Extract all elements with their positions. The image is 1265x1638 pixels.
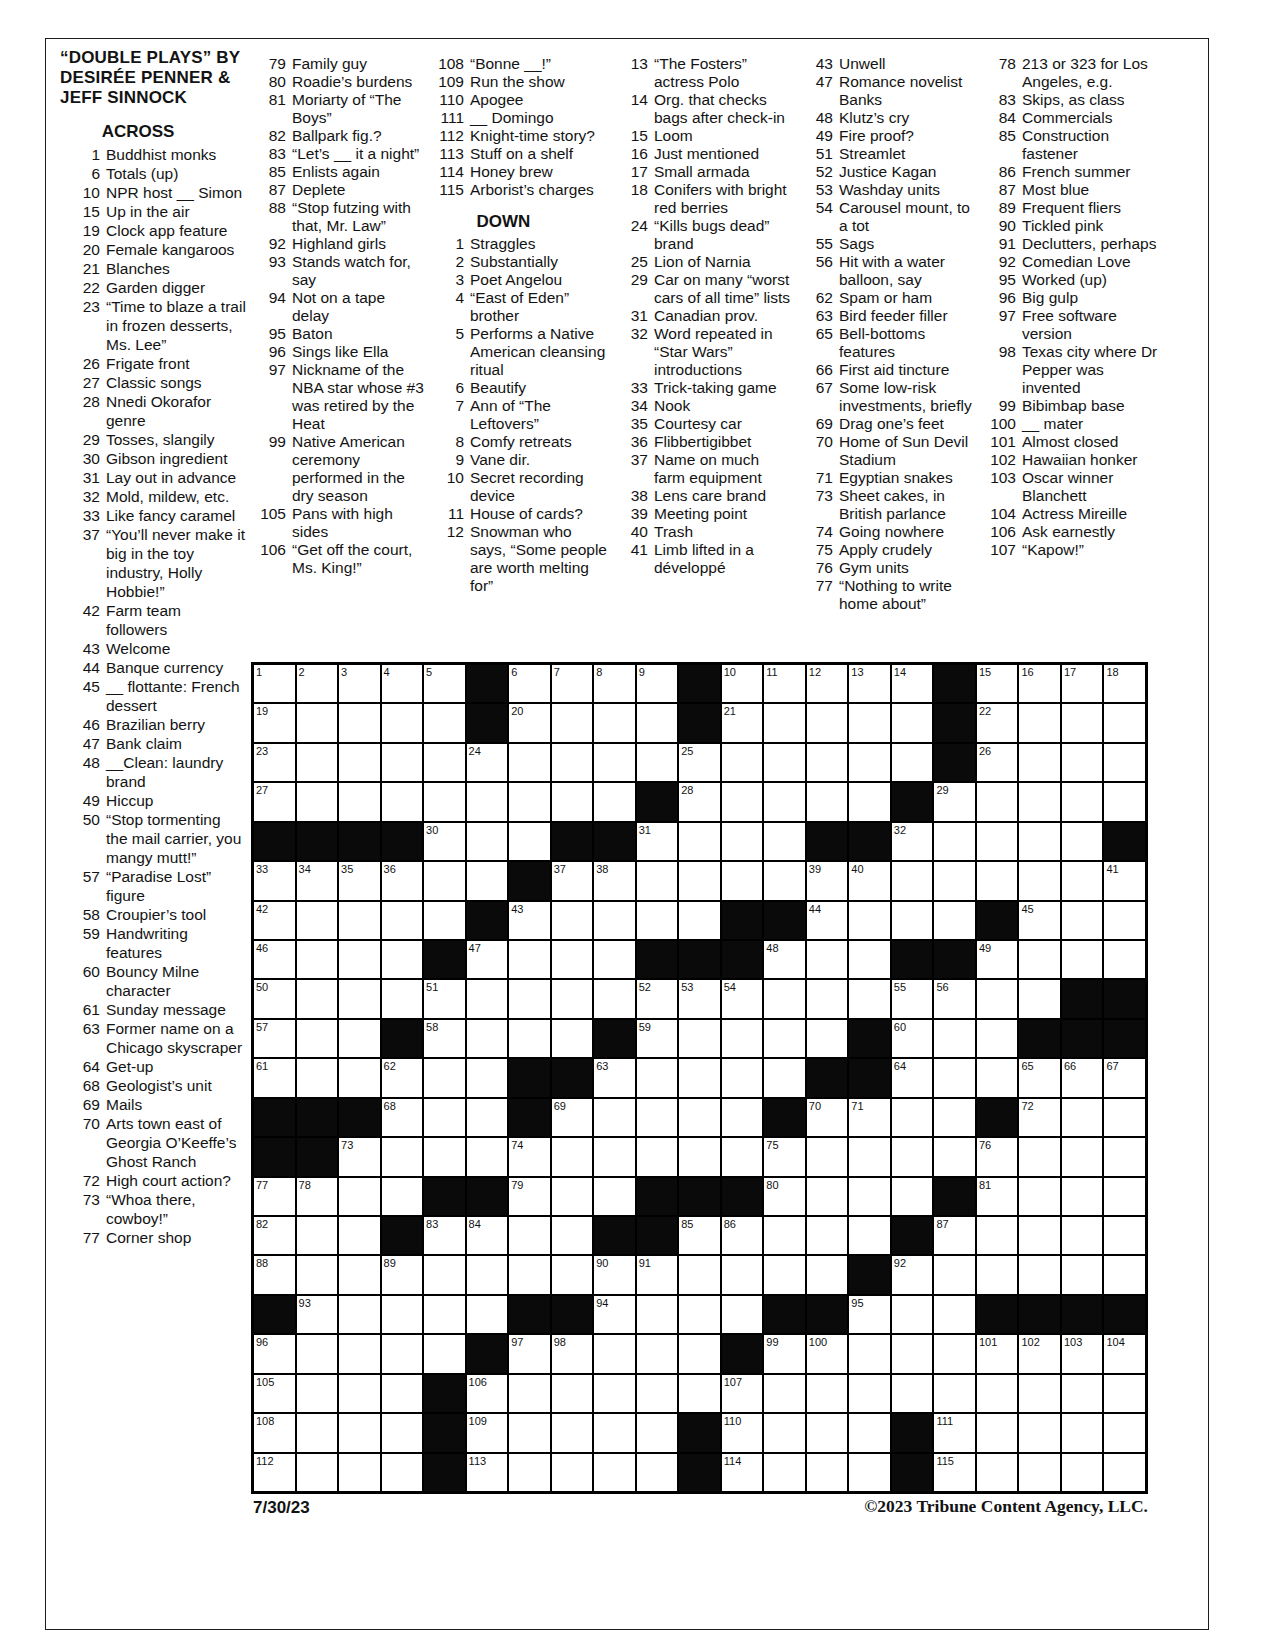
grid-cell-r14c21[interactable] [1104,1178,1145,1215]
grid-cell-r1c16[interactable]: 14 [892,665,933,702]
grid-cell-r19c19[interactable] [1019,1375,1060,1412]
grid-cell-r9c9[interactable] [594,980,635,1017]
grid-cell-r9c8[interactable] [552,980,593,1017]
grid-cell-r8c14[interactable] [807,941,848,978]
grid-cell-r7c5[interactable] [424,902,465,939]
grid-cell-r6c18[interactable] [977,862,1018,899]
grid-cell-r18c8[interactable]: 98 [552,1335,593,1372]
grid-cell-r1c14[interactable]: 12 [807,665,848,702]
grid-cell-r16c7[interactable] [509,1256,550,1293]
grid-cell-r19c8[interactable] [552,1375,593,1412]
grid-cell-r7c14[interactable]: 44 [807,902,848,939]
grid-cell-r5c17[interactable] [934,823,975,860]
grid-cell-r6c19[interactable] [1019,862,1060,899]
grid-cell-r20c1[interactable]: 108 [254,1414,295,1451]
grid-cell-r16c19[interactable] [1019,1256,1060,1293]
grid-cell-r18c5[interactable] [424,1335,465,1372]
grid-cell-r13c21[interactable] [1104,1138,1145,1175]
grid-cell-r2c19[interactable] [1019,704,1060,741]
grid-cell-r2c5[interactable] [424,704,465,741]
grid-cell-r15c5[interactable]: 83 [424,1217,465,1254]
grid-cell-r6c5[interactable] [424,862,465,899]
grid-cell-r19c4[interactable] [382,1375,423,1412]
grid-cell-r13c10[interactable] [637,1138,678,1175]
grid-cell-r5c13[interactable] [764,823,805,860]
grid-cell-r17c11[interactable] [679,1296,720,1333]
grid-cell-r18c19[interactable]: 102 [1019,1335,1060,1372]
grid-cell-r7c3[interactable] [339,902,380,939]
grid-cell-r1c15[interactable]: 13 [849,665,890,702]
grid-cell-r3c18[interactable]: 26 [977,744,1018,781]
grid-cell-r20c19[interactable] [1019,1414,1060,1451]
grid-cell-r11c5[interactable] [424,1059,465,1096]
grid-cell-r20c13[interactable] [764,1414,805,1451]
grid-cell-r2c2[interactable] [297,704,338,741]
grid-cell-r7c21[interactable] [1104,902,1145,939]
grid-cell-r21c6[interactable]: 113 [467,1454,508,1491]
grid-cell-r16c2[interactable] [297,1256,338,1293]
grid-cell-r9c19[interactable] [1019,980,1060,1017]
grid-cell-r4c5[interactable] [424,783,465,820]
grid-cell-r21c15[interactable] [849,1454,890,1491]
grid-cell-r3c6[interactable]: 24 [467,744,508,781]
grid-cell-r7c19[interactable]: 45 [1019,902,1060,939]
grid-cell-r16c6[interactable] [467,1256,508,1293]
grid-cell-r17c2[interactable]: 93 [297,1296,338,1333]
grid-cell-r11c9[interactable]: 63 [594,1059,635,1096]
grid-cell-r14c15[interactable] [849,1178,890,1215]
grid-cell-r4c2[interactable] [297,783,338,820]
grid-cell-r16c20[interactable] [1062,1256,1103,1293]
grid-cell-r12c9[interactable] [594,1099,635,1136]
grid-cell-r13c7[interactable]: 74 [509,1138,550,1175]
grid-cell-r18c1[interactable]: 96 [254,1335,295,1372]
grid-cell-r7c17[interactable] [934,902,975,939]
grid-cell-r15c15[interactable] [849,1217,890,1254]
grid-cell-r12c16[interactable] [892,1099,933,1136]
grid-cell-r18c20[interactable]: 103 [1062,1335,1103,1372]
grid-cell-r3c14[interactable] [807,744,848,781]
grid-cell-r11c19[interactable]: 65 [1019,1059,1060,1096]
grid-cell-r7c8[interactable] [552,902,593,939]
grid-cell-r19c10[interactable] [637,1375,678,1412]
grid-cell-r4c8[interactable] [552,783,593,820]
grid-cell-r19c17[interactable] [934,1375,975,1412]
grid-cell-r7c16[interactable] [892,902,933,939]
grid-cell-r16c14[interactable] [807,1256,848,1293]
grid-cell-r4c18[interactable] [977,783,1018,820]
grid-cell-r19c16[interactable] [892,1375,933,1412]
grid-cell-r10c10[interactable]: 59 [637,1020,678,1057]
grid-cell-r16c8[interactable] [552,1256,593,1293]
grid-cell-r13c4[interactable] [382,1138,423,1175]
grid-cell-r5c12[interactable] [722,823,763,860]
grid-cell-r19c3[interactable] [339,1375,380,1412]
grid-cell-r20c10[interactable] [637,1414,678,1451]
grid-cell-r17c6[interactable] [467,1296,508,1333]
grid-cell-r1c8[interactable]: 7 [552,665,593,702]
grid-cell-r14c13[interactable]: 80 [764,1178,805,1215]
grid-cell-r2c9[interactable] [594,704,635,741]
grid-cell-r2c13[interactable] [764,704,805,741]
grid-cell-r8c13[interactable]: 48 [764,941,805,978]
grid-cell-r10c3[interactable] [339,1020,380,1057]
grid-cell-r10c5[interactable]: 58 [424,1020,465,1057]
grid-cell-r20c9[interactable] [594,1414,635,1451]
grid-cell-r13c11[interactable] [679,1138,720,1175]
grid-cell-r11c4[interactable]: 62 [382,1059,423,1096]
grid-cell-r14c18[interactable]: 81 [977,1178,1018,1215]
grid-cell-r5c6[interactable] [467,823,508,860]
grid-cell-r9c16[interactable]: 55 [892,980,933,1017]
grid-cell-r9c4[interactable] [382,980,423,1017]
grid-cell-r11c18[interactable] [977,1059,1018,1096]
grid-cell-r6c16[interactable] [892,862,933,899]
grid-cell-r9c3[interactable] [339,980,380,1017]
grid-cell-r18c3[interactable] [339,1335,380,1372]
grid-cell-r17c16[interactable] [892,1296,933,1333]
grid-cell-r14c7[interactable]: 79 [509,1178,550,1215]
grid-cell-r13c18[interactable]: 76 [977,1138,1018,1175]
grid-cell-r3c12[interactable] [722,744,763,781]
grid-cell-r17c15[interactable]: 95 [849,1296,890,1333]
grid-cell-r20c17[interactable]: 111 [934,1414,975,1451]
grid-cell-r1c3[interactable]: 3 [339,665,380,702]
grid-cell-r13c9[interactable] [594,1138,635,1175]
grid-cell-r13c3[interactable]: 73 [339,1138,380,1175]
grid-cell-r9c7[interactable] [509,980,550,1017]
grid-cell-r2c18[interactable]: 22 [977,704,1018,741]
grid-cell-r4c4[interactable] [382,783,423,820]
grid-cell-r8c18[interactable]: 49 [977,941,1018,978]
grid-cell-r13c12[interactable] [722,1138,763,1175]
grid-cell-r15c14[interactable] [807,1217,848,1254]
grid-cell-r1c12[interactable]: 10 [722,665,763,702]
grid-cell-r10c11[interactable] [679,1020,720,1057]
grid-cell-r17c3[interactable] [339,1296,380,1333]
grid-cell-r10c6[interactable] [467,1020,508,1057]
grid-cell-r19c20[interactable] [1062,1375,1103,1412]
grid-cell-r13c8[interactable] [552,1138,593,1175]
grid-cell-r6c4[interactable]: 36 [382,862,423,899]
grid-cell-r7c11[interactable] [679,902,720,939]
grid-cell-r18c16[interactable] [892,1335,933,1372]
grid-cell-r8c9[interactable] [594,941,635,978]
grid-cell-r7c7[interactable]: 43 [509,902,550,939]
grid-cell-r8c4[interactable] [382,941,423,978]
grid-cell-r10c14[interactable] [807,1020,848,1057]
grid-cell-r5c5[interactable]: 30 [424,823,465,860]
grid-cell-r4c21[interactable] [1104,783,1145,820]
grid-cell-r9c1[interactable]: 50 [254,980,295,1017]
grid-cell-r4c11[interactable]: 28 [679,783,720,820]
grid-cell-r11c2[interactable] [297,1059,338,1096]
grid-cell-r21c13[interactable] [764,1454,805,1491]
grid-cell-r21c12[interactable]: 114 [722,1454,763,1491]
grid-cell-r19c18[interactable] [977,1375,1018,1412]
grid-cell-r3c19[interactable] [1019,744,1060,781]
grid-cell-r15c11[interactable]: 85 [679,1217,720,1254]
grid-cell-r15c1[interactable]: 82 [254,1217,295,1254]
grid-cell-r8c6[interactable]: 47 [467,941,508,978]
grid-cell-r13c13[interactable]: 75 [764,1138,805,1175]
grid-cell-r6c8[interactable]: 37 [552,862,593,899]
grid-cell-r16c1[interactable]: 88 [254,1256,295,1293]
grid-cell-r2c1[interactable]: 19 [254,704,295,741]
grid-cell-r18c18[interactable]: 101 [977,1335,1018,1372]
grid-cell-r17c5[interactable] [424,1296,465,1333]
grid-cell-r14c14[interactable] [807,1178,848,1215]
grid-cell-r13c6[interactable] [467,1138,508,1175]
grid-cell-r21c9[interactable] [594,1454,635,1491]
grid-cell-r21c14[interactable] [807,1454,848,1491]
grid-cell-r1c4[interactable]: 4 [382,665,423,702]
grid-cell-r18c2[interactable] [297,1335,338,1372]
grid-cell-r7c1[interactable]: 42 [254,902,295,939]
grid-cell-r4c12[interactable] [722,783,763,820]
grid-cell-r3c16[interactable] [892,744,933,781]
grid-cell-r13c5[interactable] [424,1138,465,1175]
grid-cell-r1c7[interactable]: 6 [509,665,550,702]
grid-cell-r20c15[interactable] [849,1414,890,1451]
grid-cell-r6c9[interactable]: 38 [594,862,635,899]
grid-cell-r21c4[interactable] [382,1454,423,1491]
grid-cell-r14c19[interactable] [1019,1178,1060,1215]
grid-cell-r4c6[interactable] [467,783,508,820]
grid-cell-r14c1[interactable]: 77 [254,1178,295,1215]
grid-cell-r13c15[interactable] [849,1138,890,1175]
grid-cell-r6c10[interactable] [637,862,678,899]
grid-cell-r1c18[interactable]: 15 [977,665,1018,702]
grid-cell-r14c8[interactable] [552,1178,593,1215]
grid-cell-r3c5[interactable] [424,744,465,781]
grid-cell-r19c1[interactable]: 105 [254,1375,295,1412]
grid-cell-r15c21[interactable] [1104,1217,1145,1254]
grid-cell-r4c15[interactable] [849,783,890,820]
grid-cell-r3c2[interactable] [297,744,338,781]
grid-cell-r19c14[interactable] [807,1375,848,1412]
grid-cell-r13c14[interactable] [807,1138,848,1175]
grid-cell-r20c8[interactable] [552,1414,593,1451]
grid-cell-r2c4[interactable] [382,704,423,741]
grid-cell-r10c2[interactable] [297,1020,338,1057]
grid-cell-r20c18[interactable] [977,1414,1018,1451]
grid-cell-r11c1[interactable]: 61 [254,1059,295,1096]
grid-cell-r14c4[interactable] [382,1178,423,1215]
grid-cell-r3c15[interactable] [849,744,890,781]
grid-cell-r1c10[interactable]: 9 [637,665,678,702]
grid-cell-r5c11[interactable] [679,823,720,860]
grid-cell-r10c1[interactable]: 57 [254,1020,295,1057]
grid-cell-r11c6[interactable] [467,1059,508,1096]
grid-cell-r21c17[interactable]: 115 [934,1454,975,1491]
grid-cell-r18c14[interactable]: 100 [807,1335,848,1372]
grid-cell-r15c18[interactable] [977,1217,1018,1254]
grid-cell-r20c20[interactable] [1062,1414,1103,1451]
grid-cell-r10c17[interactable] [934,1020,975,1057]
grid-cell-r6c17[interactable] [934,862,975,899]
grid-cell-r5c16[interactable]: 32 [892,823,933,860]
grid-cell-r20c7[interactable] [509,1414,550,1451]
grid-cell-r3c1[interactable]: 23 [254,744,295,781]
grid-cell-r16c18[interactable] [977,1256,1018,1293]
grid-cell-r7c4[interactable] [382,902,423,939]
grid-cell-r3c13[interactable] [764,744,805,781]
grid-cell-r1c2[interactable]: 2 [297,665,338,702]
grid-cell-r12c11[interactable] [679,1099,720,1136]
grid-cell-r11c3[interactable] [339,1059,380,1096]
grid-cell-r9c10[interactable]: 52 [637,980,678,1017]
grid-cell-r6c21[interactable]: 41 [1104,862,1145,899]
grid-cell-r16c5[interactable] [424,1256,465,1293]
grid-cell-r7c2[interactable] [297,902,338,939]
grid-cell-r19c13[interactable] [764,1375,805,1412]
grid-cell-r12c6[interactable] [467,1099,508,1136]
grid-cell-r8c8[interactable] [552,941,593,978]
grid-cell-r21c10[interactable] [637,1454,678,1491]
grid-cell-r20c12[interactable]: 110 [722,1414,763,1451]
grid-cell-r5c10[interactable]: 31 [637,823,678,860]
grid-cell-r2c16[interactable] [892,704,933,741]
grid-cell-r18c7[interactable]: 97 [509,1335,550,1372]
grid-cell-r21c18[interactable] [977,1454,1018,1491]
grid-cell-r8c1[interactable]: 46 [254,941,295,978]
grid-cell-r19c6[interactable]: 106 [467,1375,508,1412]
grid-cell-r2c12[interactable]: 21 [722,704,763,741]
grid-cell-r2c3[interactable] [339,704,380,741]
grid-cell-r15c17[interactable]: 87 [934,1217,975,1254]
grid-cell-r6c13[interactable] [764,862,805,899]
grid-cell-r16c12[interactable] [722,1256,763,1293]
grid-cell-r19c9[interactable] [594,1375,635,1412]
grid-cell-r11c16[interactable]: 64 [892,1059,933,1096]
grid-cell-r18c13[interactable]: 99 [764,1335,805,1372]
grid-cell-r13c17[interactable] [934,1138,975,1175]
grid-cell-r9c2[interactable] [297,980,338,1017]
grid-cell-r13c20[interactable] [1062,1138,1103,1175]
grid-cell-r1c1[interactable]: 1 [254,665,295,702]
grid-cell-r6c11[interactable] [679,862,720,899]
grid-cell-r11c12[interactable] [722,1059,763,1096]
grid-cell-r2c21[interactable] [1104,704,1145,741]
grid-cell-r12c10[interactable] [637,1099,678,1136]
grid-cell-r18c10[interactable] [637,1335,678,1372]
grid-cell-r3c7[interactable] [509,744,550,781]
grid-cell-r3c9[interactable] [594,744,635,781]
grid-cell-r5c7[interactable] [509,823,550,860]
grid-cell-r16c9[interactable]: 90 [594,1256,635,1293]
grid-cell-r19c21[interactable] [1104,1375,1145,1412]
grid-cell-r11c21[interactable]: 67 [1104,1059,1145,1096]
grid-cell-r17c9[interactable]: 94 [594,1296,635,1333]
grid-cell-r8c21[interactable] [1104,941,1145,978]
grid-cell-r11c10[interactable] [637,1059,678,1096]
grid-cell-r2c10[interactable] [637,704,678,741]
grid-cell-r16c17[interactable] [934,1256,975,1293]
grid-cell-r15c2[interactable] [297,1217,338,1254]
grid-cell-r15c8[interactable] [552,1217,593,1254]
grid-cell-r12c20[interactable] [1062,1099,1103,1136]
grid-cell-r6c1[interactable]: 33 [254,862,295,899]
grid-cell-r10c16[interactable]: 60 [892,1020,933,1057]
grid-cell-r6c2[interactable]: 34 [297,862,338,899]
grid-cell-r16c11[interactable] [679,1256,720,1293]
grid-cell-r2c15[interactable] [849,704,890,741]
grid-cell-r12c8[interactable]: 69 [552,1099,593,1136]
grid-cell-r20c4[interactable] [382,1414,423,1451]
grid-cell-r20c14[interactable] [807,1414,848,1451]
grid-cell-r18c9[interactable] [594,1335,635,1372]
grid-cell-r13c19[interactable] [1019,1138,1060,1175]
grid-cell-r5c20[interactable] [1062,823,1103,860]
grid-cell-r2c20[interactable] [1062,704,1103,741]
grid-cell-r12c15[interactable]: 71 [849,1099,890,1136]
grid-cell-r8c19[interactable] [1019,941,1060,978]
grid-cell-r3c10[interactable] [637,744,678,781]
grid-cell-r15c6[interactable]: 84 [467,1217,508,1254]
grid-cell-r21c8[interactable] [552,1454,593,1491]
grid-cell-r2c14[interactable] [807,704,848,741]
grid-cell-r3c11[interactable]: 25 [679,744,720,781]
grid-cell-r20c6[interactable]: 109 [467,1414,508,1451]
grid-cell-r6c14[interactable]: 39 [807,862,848,899]
grid-cell-r5c18[interactable] [977,823,1018,860]
grid-cell-r16c13[interactable] [764,1256,805,1293]
grid-cell-r8c20[interactable] [1062,941,1103,978]
grid-cell-r8c2[interactable] [297,941,338,978]
grid-cell-r16c21[interactable] [1104,1256,1145,1293]
grid-cell-r19c12[interactable]: 107 [722,1375,763,1412]
grid-cell-r19c2[interactable] [297,1375,338,1412]
grid-cell-r18c21[interactable]: 104 [1104,1335,1145,1372]
grid-cell-r20c2[interactable] [297,1414,338,1451]
grid-cell-r15c7[interactable] [509,1217,550,1254]
grid-cell-r9c6[interactable] [467,980,508,1017]
grid-cell-r8c3[interactable] [339,941,380,978]
grid-cell-r4c19[interactable] [1019,783,1060,820]
grid-cell-r3c3[interactable] [339,744,380,781]
grid-cell-r9c11[interactable]: 53 [679,980,720,1017]
grid-cell-r12c4[interactable]: 68 [382,1099,423,1136]
grid-cell-r17c17[interactable] [934,1296,975,1333]
grid-cell-r16c4[interactable]: 89 [382,1256,423,1293]
grid-cell-r18c17[interactable] [934,1335,975,1372]
grid-cell-r1c5[interactable]: 5 [424,665,465,702]
grid-cell-r1c19[interactable]: 16 [1019,665,1060,702]
grid-cell-r10c13[interactable] [764,1020,805,1057]
grid-cell-r6c12[interactable] [722,862,763,899]
grid-cell-r21c3[interactable] [339,1454,380,1491]
grid-cell-r9c12[interactable]: 54 [722,980,763,1017]
grid-cell-r6c20[interactable] [1062,862,1103,899]
grid-cell-r9c5[interactable]: 51 [424,980,465,1017]
grid-cell-r12c14[interactable]: 70 [807,1099,848,1136]
grid-cell-r19c7[interactable] [509,1375,550,1412]
grid-cell-r1c13[interactable]: 11 [764,665,805,702]
grid-cell-r4c9[interactable] [594,783,635,820]
grid-cell-r10c12[interactable] [722,1020,763,1057]
grid-cell-r1c9[interactable]: 8 [594,665,635,702]
grid-cell-r8c7[interactable] [509,941,550,978]
grid-cell-r4c20[interactable] [1062,783,1103,820]
grid-cell-r21c7[interactable] [509,1454,550,1491]
grid-cell-r18c15[interactable] [849,1335,890,1372]
grid-cell-r9c13[interactable] [764,980,805,1017]
grid-cell-r1c20[interactable]: 17 [1062,665,1103,702]
grid-cell-r1c21[interactable]: 18 [1104,665,1145,702]
grid-cell-r15c19[interactable] [1019,1217,1060,1254]
grid-cell-r16c16[interactable]: 92 [892,1256,933,1293]
